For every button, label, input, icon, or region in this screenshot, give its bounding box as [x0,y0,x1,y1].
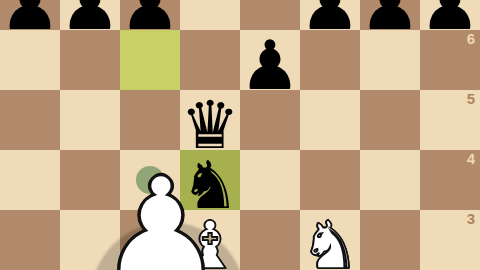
square-d6[interactable] [180,30,240,90]
piece-black-pawn-e6[interactable]: ♟ [240,36,300,96]
square-h5[interactable]: 5 [420,90,480,150]
square-a4[interactable] [0,150,60,210]
rank-label-5: 5 [467,91,475,106]
square-h4[interactable]: 4 [420,150,480,210]
dragged-piece-white-pawn[interactable]: ♟ [81,149,241,270]
piece-black-pawn-a7[interactable]: ♟ [0,0,60,36]
square-e4[interactable] [240,150,300,210]
square-f7[interactable]: ♟ [300,0,360,30]
piece-white-knight-f3[interactable]: ♞ [300,216,360,270]
piece-black-pawn-g7[interactable]: ♟ [360,0,420,36]
square-e6[interactable]: ♟ [240,30,300,90]
square-h3[interactable]: 3 [420,210,480,270]
piece-black-pawn-h7[interactable]: ♟ [420,0,480,36]
square-a5[interactable] [0,90,60,150]
square-a7[interactable]: ♟ [0,0,60,30]
square-d5[interactable]: ♛ [180,90,240,150]
rank-label-3: 3 [467,211,475,226]
square-g5[interactable] [360,90,420,150]
square-b5[interactable] [60,90,120,150]
square-f5[interactable] [300,90,360,150]
square-e3[interactable] [240,210,300,270]
square-b7[interactable]: ♟ [60,0,120,30]
square-g7[interactable]: ♟ [360,0,420,30]
piece-black-pawn-f7[interactable]: ♟ [300,0,360,36]
square-g3[interactable] [360,210,420,270]
piece-black-pawn-c7[interactable]: ♟ [120,0,180,36]
square-h7[interactable]: ♟ [420,0,480,30]
square-d7[interactable] [180,0,240,30]
square-f3[interactable]: ♞ [300,210,360,270]
square-a3[interactable] [0,210,60,270]
square-f4[interactable] [300,150,360,210]
square-c5[interactable] [120,90,180,150]
rank-label-4: 4 [467,151,475,166]
piece-black-pawn-b7[interactable]: ♟ [60,0,120,36]
chess-board-viewport: ♟♟♟♟♟♟♟6♛5♞4♝♞3 ♟ [0,0,480,270]
square-c7[interactable]: ♟ [120,0,180,30]
square-g4[interactable] [360,150,420,210]
